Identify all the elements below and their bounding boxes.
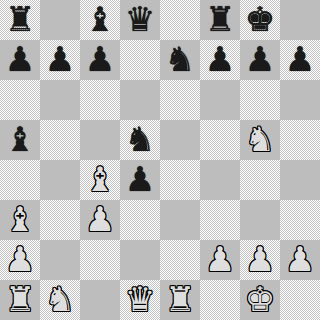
piece-black-rook[interactable]: ♜ xyxy=(205,0,235,39)
square-a3[interactable]: ♝ xyxy=(0,200,40,240)
square-h2[interactable]: ♟ xyxy=(280,240,320,280)
square-g7[interactable]: ♟ xyxy=(240,40,280,80)
piece-black-knight[interactable]: ♞ xyxy=(125,119,155,159)
square-d1[interactable]: ♛ xyxy=(120,280,160,320)
square-e7[interactable]: ♞ xyxy=(160,40,200,80)
square-d6[interactable] xyxy=(120,80,160,120)
square-h1[interactable] xyxy=(280,280,320,320)
square-d4[interactable]: ♟ xyxy=(120,160,160,200)
piece-black-king[interactable]: ♚ xyxy=(245,0,275,39)
piece-white-knight[interactable]: ♞ xyxy=(45,279,75,319)
chess-board: ♜♝♛♜♚♟♟♟♞♟♟♟♝♞♞♝♟♝♟♟♟♟♟♜♞♛♜♚ xyxy=(0,0,320,320)
square-b3[interactable] xyxy=(40,200,80,240)
square-a7[interactable]: ♟ xyxy=(0,40,40,80)
piece-black-pawn[interactable]: ♟ xyxy=(45,39,75,79)
square-h4[interactable] xyxy=(280,160,320,200)
square-f7[interactable]: ♟ xyxy=(200,40,240,80)
square-h3[interactable] xyxy=(280,200,320,240)
square-f4[interactable] xyxy=(200,160,240,200)
square-d5[interactable]: ♞ xyxy=(120,120,160,160)
piece-black-pawn[interactable]: ♟ xyxy=(245,39,275,79)
square-h6[interactable] xyxy=(280,80,320,120)
square-e4[interactable] xyxy=(160,160,200,200)
square-c1[interactable] xyxy=(80,280,120,320)
square-b5[interactable] xyxy=(40,120,80,160)
square-f5[interactable] xyxy=(200,120,240,160)
square-e6[interactable] xyxy=(160,80,200,120)
square-b6[interactable] xyxy=(40,80,80,120)
square-d2[interactable] xyxy=(120,240,160,280)
square-g2[interactable]: ♟ xyxy=(240,240,280,280)
piece-black-bishop[interactable]: ♝ xyxy=(85,0,115,39)
square-f6[interactable] xyxy=(200,80,240,120)
piece-white-pawn[interactable]: ♟ xyxy=(245,239,275,279)
square-b1[interactable]: ♞ xyxy=(40,280,80,320)
square-c2[interactable] xyxy=(80,240,120,280)
square-b4[interactable] xyxy=(40,160,80,200)
square-d8[interactable]: ♛ xyxy=(120,0,160,40)
square-a1[interactable]: ♜ xyxy=(0,280,40,320)
piece-black-pawn[interactable]: ♟ xyxy=(285,39,315,79)
square-e2[interactable] xyxy=(160,240,200,280)
piece-black-rook[interactable]: ♜ xyxy=(5,0,35,39)
piece-black-pawn[interactable]: ♟ xyxy=(85,39,115,79)
square-c3[interactable]: ♟ xyxy=(80,200,120,240)
piece-black-pawn[interactable]: ♟ xyxy=(205,39,235,79)
square-g4[interactable] xyxy=(240,160,280,200)
square-e3[interactable] xyxy=(160,200,200,240)
square-e8[interactable] xyxy=(160,0,200,40)
square-f2[interactable]: ♟ xyxy=(200,240,240,280)
piece-white-pawn[interactable]: ♟ xyxy=(85,199,115,239)
square-g8[interactable]: ♚ xyxy=(240,0,280,40)
square-b2[interactable] xyxy=(40,240,80,280)
square-c7[interactable]: ♟ xyxy=(80,40,120,80)
square-c4[interactable]: ♝ xyxy=(80,160,120,200)
square-d3[interactable] xyxy=(120,200,160,240)
square-a4[interactable] xyxy=(0,160,40,200)
square-b8[interactable] xyxy=(40,0,80,40)
square-e1[interactable]: ♜ xyxy=(160,280,200,320)
square-f1[interactable] xyxy=(200,280,240,320)
piece-black-knight[interactable]: ♞ xyxy=(165,39,195,79)
square-g5[interactable]: ♞ xyxy=(240,120,280,160)
piece-white-pawn[interactable]: ♟ xyxy=(5,239,35,279)
piece-white-bishop[interactable]: ♝ xyxy=(5,199,35,239)
piece-black-queen[interactable]: ♛ xyxy=(125,0,155,39)
square-d7[interactable] xyxy=(120,40,160,80)
piece-black-bishop[interactable]: ♝ xyxy=(5,119,35,159)
square-c5[interactable] xyxy=(80,120,120,160)
square-c6[interactable] xyxy=(80,80,120,120)
square-a2[interactable]: ♟ xyxy=(0,240,40,280)
square-h7[interactable]: ♟ xyxy=(280,40,320,80)
square-f8[interactable]: ♜ xyxy=(200,0,240,40)
square-f3[interactable] xyxy=(200,200,240,240)
piece-white-knight[interactable]: ♞ xyxy=(245,119,275,159)
piece-white-rook[interactable]: ♜ xyxy=(5,279,35,319)
square-g3[interactable] xyxy=(240,200,280,240)
piece-white-queen[interactable]: ♛ xyxy=(125,279,155,319)
piece-white-pawn[interactable]: ♟ xyxy=(205,239,235,279)
square-a5[interactable]: ♝ xyxy=(0,120,40,160)
square-c8[interactable]: ♝ xyxy=(80,0,120,40)
piece-black-pawn[interactable]: ♟ xyxy=(5,39,35,79)
square-b7[interactable]: ♟ xyxy=(40,40,80,80)
square-g6[interactable] xyxy=(240,80,280,120)
piece-white-pawn[interactable]: ♟ xyxy=(285,239,315,279)
piece-white-bishop[interactable]: ♝ xyxy=(85,159,115,199)
square-a8[interactable]: ♜ xyxy=(0,0,40,40)
square-h5[interactable] xyxy=(280,120,320,160)
square-a6[interactable] xyxy=(0,80,40,120)
square-e5[interactable] xyxy=(160,120,200,160)
piece-white-rook[interactable]: ♜ xyxy=(165,279,195,319)
square-h8[interactable] xyxy=(280,0,320,40)
square-g1[interactable]: ♚ xyxy=(240,280,280,320)
piece-black-pawn[interactable]: ♟ xyxy=(125,159,155,199)
piece-white-king[interactable]: ♚ xyxy=(245,279,275,319)
